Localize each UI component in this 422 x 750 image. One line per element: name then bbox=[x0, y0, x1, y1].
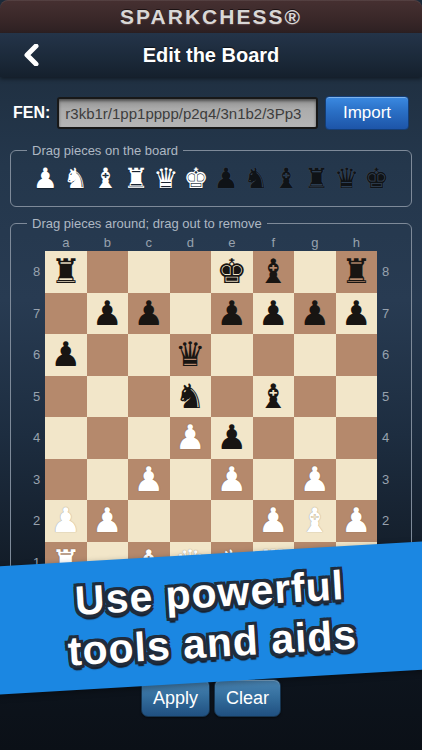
rank-label-right-7: 7 bbox=[377, 293, 394, 335]
white-rook-palette[interactable]: ♜ bbox=[123, 160, 148, 198]
rank-label-left-8: 8 bbox=[28, 251, 45, 293]
square-b6[interactable] bbox=[87, 334, 129, 376]
square-g2[interactable]: ♝ bbox=[294, 500, 336, 542]
black-piece-p[interactable]: ♟ bbox=[341, 293, 371, 335]
fen-input[interactable] bbox=[57, 97, 318, 129]
square-a6[interactable]: ♟ bbox=[45, 334, 87, 376]
square-f8[interactable]: ♝ bbox=[253, 251, 295, 293]
black-piece-k[interactable]: ♚ bbox=[217, 251, 247, 293]
rank-label-left-2: 2 bbox=[28, 500, 45, 542]
white-king-palette[interactable]: ♚ bbox=[183, 160, 208, 198]
corner-spacer bbox=[28, 234, 45, 251]
square-a8[interactable]: ♜ bbox=[45, 251, 87, 293]
black-piece-r[interactable]: ♜ bbox=[341, 251, 371, 293]
black-piece-p[interactable]: ♟ bbox=[51, 334, 81, 376]
square-d2[interactable] bbox=[170, 500, 212, 542]
black-queen-palette[interactable]: ♛ bbox=[334, 160, 359, 198]
rank-label-right-5: 5 bbox=[377, 376, 394, 418]
white-piece-p[interactable]: ♟ bbox=[341, 500, 371, 542]
file-label-a: a bbox=[45, 234, 87, 251]
black-piece-n[interactable]: ♞ bbox=[175, 376, 205, 418]
rank-label-left-6: 6 bbox=[28, 334, 45, 376]
black-piece-p[interactable]: ♟ bbox=[300, 293, 330, 335]
white-queen-palette[interactable]: ♛ bbox=[153, 160, 178, 198]
file-label-g: g bbox=[294, 234, 336, 251]
file-label-h: h bbox=[336, 234, 378, 251]
square-d4[interactable]: ♟ bbox=[170, 417, 212, 459]
promo-banner: Use powerful tools and aids bbox=[0, 541, 422, 695]
sparkchess-logo: SPARKCHESS® bbox=[120, 5, 302, 29]
black-piece-b[interactable]: ♝ bbox=[258, 251, 288, 293]
white-piece-b[interactable]: ♝ bbox=[300, 500, 330, 542]
square-b7[interactable]: ♟ bbox=[87, 293, 129, 335]
back-chevron-icon bbox=[23, 44, 39, 66]
file-label-f: f bbox=[253, 234, 295, 251]
white-piece-p[interactable]: ♟ bbox=[92, 500, 122, 542]
black-piece-r[interactable]: ♜ bbox=[51, 251, 81, 293]
square-f3[interactable] bbox=[253, 459, 295, 501]
square-b8[interactable] bbox=[87, 251, 129, 293]
file-label-c: c bbox=[128, 234, 170, 251]
black-knight-palette[interactable]: ♞ bbox=[244, 160, 269, 198]
white-piece-p[interactable]: ♟ bbox=[258, 500, 288, 542]
black-piece-p[interactable]: ♟ bbox=[217, 293, 247, 335]
palette-legend: Drag pieces on the board bbox=[27, 143, 183, 158]
square-h4[interactable] bbox=[336, 417, 378, 459]
square-h5[interactable] bbox=[336, 376, 378, 418]
black-piece-b[interactable]: ♝ bbox=[258, 376, 288, 418]
board-legend: Drag pieces around; drag out to remove bbox=[27, 216, 267, 231]
rank-label-right-2: 2 bbox=[377, 500, 394, 542]
clear-button[interactable]: Clear bbox=[214, 679, 281, 717]
file-labels: abcdefgh bbox=[19, 234, 403, 251]
page-title: Edit the Board bbox=[143, 44, 280, 67]
square-f5[interactable]: ♝ bbox=[253, 376, 295, 418]
square-b5[interactable] bbox=[87, 376, 129, 418]
square-a2[interactable]: ♟ bbox=[45, 500, 87, 542]
fen-row: FEN: Import bbox=[13, 96, 409, 130]
square-d3[interactable] bbox=[170, 459, 212, 501]
square-c8[interactable] bbox=[128, 251, 170, 293]
square-a3[interactable] bbox=[45, 459, 87, 501]
file-label-b: b bbox=[87, 234, 129, 251]
white-bishop-palette[interactable]: ♝ bbox=[93, 160, 118, 198]
app-screen: SPARKCHESS® Edit the Board FEN: Import D… bbox=[0, 0, 422, 750]
square-g8[interactable] bbox=[294, 251, 336, 293]
fen-label: FEN: bbox=[13, 104, 50, 122]
square-c6[interactable] bbox=[128, 334, 170, 376]
square-e2[interactable] bbox=[211, 500, 253, 542]
import-button[interactable]: Import bbox=[325, 96, 409, 130]
white-pawn-palette[interactable]: ♟ bbox=[33, 160, 58, 198]
palette-row: ♟♞♝♜♛♚♟♞♝♜♛♚ bbox=[19, 160, 403, 198]
file-label-d: d bbox=[170, 234, 212, 251]
black-piece-p[interactable]: ♟ bbox=[92, 293, 122, 335]
square-h7[interactable]: ♟ bbox=[336, 293, 378, 335]
rank-label-left-4: 4 bbox=[28, 417, 45, 459]
black-pawn-palette[interactable]: ♟ bbox=[214, 160, 239, 198]
white-piece-p[interactable]: ♟ bbox=[300, 459, 330, 501]
black-piece-p[interactable]: ♟ bbox=[258, 293, 288, 335]
square-g4[interactable] bbox=[294, 417, 336, 459]
corner-spacer bbox=[377, 234, 394, 251]
black-piece-p[interactable]: ♟ bbox=[134, 293, 164, 335]
square-d8[interactable] bbox=[170, 251, 212, 293]
square-g5[interactable] bbox=[294, 376, 336, 418]
square-g3[interactable]: ♟ bbox=[294, 459, 336, 501]
square-f4[interactable] bbox=[253, 417, 295, 459]
square-g6[interactable] bbox=[294, 334, 336, 376]
square-c5[interactable] bbox=[128, 376, 170, 418]
white-piece-p[interactable]: ♟ bbox=[175, 417, 205, 459]
square-b4[interactable] bbox=[87, 417, 129, 459]
square-e5[interactable] bbox=[211, 376, 253, 418]
square-a4[interactable] bbox=[45, 417, 87, 459]
square-h8[interactable]: ♜ bbox=[336, 251, 378, 293]
black-bishop-palette[interactable]: ♝ bbox=[274, 160, 299, 198]
black-piece-p[interactable]: ♟ bbox=[217, 417, 247, 459]
file-label-e: e bbox=[211, 234, 253, 251]
square-f6[interactable] bbox=[253, 334, 295, 376]
rank-label-right-8: 8 bbox=[377, 251, 394, 293]
rank-label-left-3: 3 bbox=[28, 459, 45, 501]
white-knight-palette[interactable]: ♞ bbox=[63, 160, 88, 198]
square-d6[interactable]: ♛ bbox=[170, 334, 212, 376]
white-piece-p[interactable]: ♟ bbox=[217, 459, 247, 501]
rank-label-left-7: 7 bbox=[28, 293, 45, 335]
square-f2[interactable]: ♟ bbox=[253, 500, 295, 542]
square-e6[interactable] bbox=[211, 334, 253, 376]
square-h6[interactable] bbox=[336, 334, 378, 376]
square-c4[interactable] bbox=[128, 417, 170, 459]
square-e4[interactable]: ♟ bbox=[211, 417, 253, 459]
square-c7[interactable]: ♟ bbox=[128, 293, 170, 335]
square-b2[interactable]: ♟ bbox=[87, 500, 129, 542]
square-e7[interactable]: ♟ bbox=[211, 293, 253, 335]
rank-label-right-3: 3 bbox=[377, 459, 394, 501]
logo-bar: SPARKCHESS® bbox=[0, 0, 422, 33]
back-button[interactable] bbox=[16, 40, 46, 70]
square-f7[interactable]: ♟ bbox=[253, 293, 295, 335]
square-c2[interactable] bbox=[128, 500, 170, 542]
black-piece-q[interactable]: ♛ bbox=[175, 334, 205, 376]
white-piece-p[interactable]: ♟ bbox=[51, 500, 81, 542]
square-c3[interactable]: ♟ bbox=[128, 459, 170, 501]
square-e3[interactable]: ♟ bbox=[211, 459, 253, 501]
square-e8[interactable]: ♚ bbox=[211, 251, 253, 293]
chess-board: 8♜♚♝♜87♟♟♟♟♟♟76♟♛65♞♝54♟♟43♟♟♟32♟♟♟♝♟21♜… bbox=[19, 251, 403, 583]
square-g7[interactable]: ♟ bbox=[294, 293, 336, 335]
square-h2[interactable]: ♟ bbox=[336, 500, 378, 542]
black-rook-palette[interactable]: ♜ bbox=[304, 160, 329, 198]
square-d5[interactable]: ♞ bbox=[170, 376, 212, 418]
piece-palette: Drag pieces on the board ♟♞♝♜♛♚♟♞♝♜♛♚ bbox=[10, 143, 412, 207]
title-bar: Edit the Board bbox=[0, 33, 422, 77]
black-king-palette[interactable]: ♚ bbox=[364, 160, 389, 198]
rank-label-left-5: 5 bbox=[28, 376, 45, 418]
white-piece-p[interactable]: ♟ bbox=[134, 459, 164, 501]
square-b3[interactable] bbox=[87, 459, 129, 501]
square-a7[interactable] bbox=[45, 293, 87, 335]
square-h3[interactable] bbox=[336, 459, 378, 501]
rank-label-right-4: 4 bbox=[377, 417, 394, 459]
square-a5[interactable] bbox=[45, 376, 87, 418]
rank-label-right-6: 6 bbox=[377, 334, 394, 376]
square-d7[interactable] bbox=[170, 293, 212, 335]
